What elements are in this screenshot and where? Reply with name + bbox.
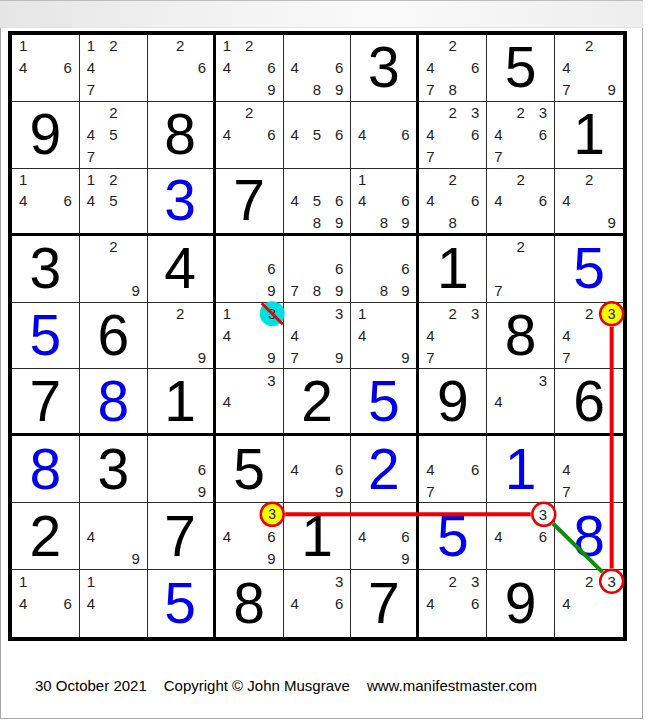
cell-candidates: 3479 xyxy=(284,303,351,369)
cell-r5c3[interactable]: 29 xyxy=(148,303,216,370)
cell-r3c6[interactable]: 14689 xyxy=(351,169,419,236)
candidate-digit: 4 xyxy=(216,525,238,547)
candidate-digit: 6 xyxy=(260,258,282,280)
cell-r1c7[interactable]: 24678 xyxy=(419,35,487,102)
cell-value: 8 xyxy=(487,303,554,369)
cell-candidates: 246 xyxy=(216,102,283,168)
cell-r7c3[interactable]: 69 xyxy=(148,436,216,503)
candidate-digit: 4 xyxy=(216,325,238,347)
candidate-digit: 4 xyxy=(80,592,102,614)
cell-r3c9[interactable]: 249 xyxy=(555,169,623,236)
cell-r9c6[interactable]: 7 xyxy=(351,570,419,637)
cell-r4c2[interactable]: 29 xyxy=(80,236,148,303)
candidate-digit: 2 xyxy=(510,102,532,124)
cell-r4c4[interactable]: 69 xyxy=(216,236,284,303)
cell-candidates: 456 xyxy=(284,102,351,168)
cell-r2c3[interactable]: 8 xyxy=(148,102,216,169)
candidate-digit: 2 xyxy=(578,303,601,325)
candidate-digit: 9 xyxy=(600,211,623,232)
cell-candidates: 4689 xyxy=(284,35,351,101)
candidate-digit: 9 xyxy=(328,480,350,502)
cell-r3c2[interactable]: 1245 xyxy=(80,169,148,236)
candidate-digit: 3 xyxy=(260,369,282,390)
cell-r3c1[interactable]: 146 xyxy=(12,169,80,236)
cell-value: 4 xyxy=(148,236,213,302)
cell-r2c2[interactable]: 2457 xyxy=(80,102,148,169)
candidate-digit: 1 xyxy=(351,303,373,325)
candidate-digit: 4 xyxy=(487,525,509,547)
cell-candidates: 14 xyxy=(80,570,147,637)
candidate-digit: 4 xyxy=(419,458,441,480)
candidate-digit: 7 xyxy=(419,79,441,101)
candidate-digit: 9 xyxy=(395,211,417,232)
candidate-digit: 9 xyxy=(328,280,350,302)
cell-r8c4[interactable]: 3469 xyxy=(216,503,284,570)
candidate-digit: 1 xyxy=(216,303,238,325)
candidate-digit: 9 xyxy=(124,280,146,302)
sudoku-board: 1461247261246946893246785247992457824645… xyxy=(8,31,627,641)
candidate-digit: 6 xyxy=(532,124,554,146)
candidate-digit: 5 xyxy=(306,190,328,211)
cell-r1c9[interactable]: 2479 xyxy=(555,35,623,102)
cell-candidates: 2347 xyxy=(419,303,486,369)
candidate-digit: 6 xyxy=(328,57,350,79)
footer-copyright: Copyright © John Musgrave xyxy=(164,677,350,694)
candidate-digit: 6 xyxy=(395,124,417,146)
cell-r2c4[interactable]: 246 xyxy=(216,102,284,169)
cell-r6c8[interactable]: 34 xyxy=(487,369,555,436)
candidate-digit: 3 xyxy=(464,102,486,124)
cell-candidates: 246 xyxy=(487,169,554,233)
candidate-digit: 9 xyxy=(260,280,282,302)
cell-candidates: 2346 xyxy=(419,570,486,637)
cell-r8c1[interactable]: 2 xyxy=(12,503,80,570)
candidate-digit: 4 xyxy=(284,458,306,480)
candidate-digit: 4 xyxy=(284,57,306,79)
cell-value: 7 xyxy=(216,169,283,233)
cell-candidates: 45689 xyxy=(284,169,351,233)
cell-value: 8 xyxy=(148,102,213,168)
cell-candidates: 29 xyxy=(80,236,147,302)
candidate-digit: 2 xyxy=(238,35,260,57)
app-page: 1461247261246946893246785247992457824645… xyxy=(0,0,650,720)
candidate-digit: 4 xyxy=(419,124,441,146)
candidate-digit: 7 xyxy=(419,146,441,168)
cell-r6c6[interactable]: 5 xyxy=(351,369,419,436)
candidate-digit: 4 xyxy=(284,190,306,211)
candidate-digit: 4 xyxy=(487,391,509,412)
cell-r5c4[interactable]: 1349 xyxy=(216,303,284,370)
cell-candidates: 346 xyxy=(284,570,351,637)
candidate-digit: 6 xyxy=(191,458,213,480)
cell-r6c2[interactable]: 8 xyxy=(80,369,148,436)
candidate-digit: 6 xyxy=(260,57,282,79)
cell-value: 6 xyxy=(80,303,147,369)
cell-value: 2 xyxy=(12,503,79,569)
candidate-digit: 2 xyxy=(169,35,191,57)
candidate-digit: 6 xyxy=(260,124,282,146)
cell-value: 1 xyxy=(487,436,554,502)
cell-r5c5[interactable]: 3479 xyxy=(284,303,352,370)
cell-r1c6[interactable]: 3 xyxy=(351,35,419,102)
cell-value: 3 xyxy=(80,436,147,502)
candidate-digit: 8 xyxy=(442,211,464,232)
candidate-digit: 5 xyxy=(102,190,124,211)
window-top-bar xyxy=(0,0,643,28)
cell-r5c6[interactable]: 149 xyxy=(351,303,419,370)
cell-candidates: 14689 xyxy=(351,169,416,233)
cell-value: 9 xyxy=(419,369,486,433)
cell-r8c7[interactable]: 5 xyxy=(419,503,487,570)
cell-r3c8[interactable]: 246 xyxy=(487,169,555,236)
cell-r7c2[interactable]: 3 xyxy=(80,436,148,503)
cell-candidates: 49 xyxy=(80,503,147,569)
cell-value: 9 xyxy=(487,570,554,637)
cell-value: 6 xyxy=(555,369,623,433)
candidate-digit: 7 xyxy=(555,480,578,502)
cell-r8c9[interactable]: 8 xyxy=(555,503,623,570)
cell-r4c8[interactable]: 27 xyxy=(487,236,555,303)
candidate-digit: 1 xyxy=(12,35,34,57)
candidate-digit: 6 xyxy=(260,525,282,547)
candidate-digit: 9 xyxy=(260,79,282,101)
candidate-digit: 1 xyxy=(351,169,373,190)
cell-r3c3[interactable]: 3 xyxy=(148,169,216,236)
cell-candidates: 23467 xyxy=(419,102,486,168)
cell-r7c8[interactable]: 1 xyxy=(487,436,555,503)
candidate-digit: 5 xyxy=(102,124,124,146)
cell-candidates: 26 xyxy=(148,35,213,101)
cell-r1c3[interactable]: 26 xyxy=(148,35,216,102)
cell-r4c3[interactable]: 4 xyxy=(148,236,216,303)
cell-value: 5 xyxy=(555,236,623,302)
candidate-digit: 4 xyxy=(419,325,441,347)
cell-candidates: 3469 xyxy=(216,503,283,569)
cell-r4c5[interactable]: 6789 xyxy=(284,236,352,303)
candidate-digit: 6 xyxy=(328,258,350,280)
candidate-digit: 4 xyxy=(80,124,102,146)
cell-r2c5[interactable]: 456 xyxy=(284,102,352,169)
cell-r3c7[interactable]: 2468 xyxy=(419,169,487,236)
cell-value: 1 xyxy=(148,369,213,433)
candidate-digit: 4 xyxy=(284,325,306,347)
cell-r6c1[interactable]: 7 xyxy=(12,369,80,436)
cell-candidates: 689 xyxy=(351,236,416,302)
cell-candidates: 146 xyxy=(12,169,79,233)
candidate-digit: 4 xyxy=(216,57,238,79)
cell-r5c2[interactable]: 6 xyxy=(80,303,148,370)
cell-candidates: 29 xyxy=(148,303,213,369)
candidate-digit: 9 xyxy=(260,346,282,368)
candidate-digit: 1 xyxy=(12,169,34,190)
cell-r5c9[interactable]: 2347 xyxy=(555,303,623,370)
cell-value: 2 xyxy=(351,436,416,502)
cell-value: 5 xyxy=(216,436,283,502)
cell-value: 9 xyxy=(12,102,79,168)
candidate-digit: 9 xyxy=(395,280,417,302)
candidate-digit: 7 xyxy=(284,280,306,302)
candidate-digit: 6 xyxy=(532,190,554,211)
cell-value: 5 xyxy=(487,35,554,101)
cell-candidates: 1245 xyxy=(80,169,147,233)
candidate-digit: 6 xyxy=(532,525,554,547)
candidate-digit: 4 xyxy=(351,124,373,146)
cell-r9c4[interactable]: 8 xyxy=(216,570,284,637)
cell-value: 7 xyxy=(351,570,416,637)
candidate-digit: 3 xyxy=(532,102,554,124)
candidate-digit: 3 xyxy=(600,303,623,325)
candidate-digit: 4 xyxy=(351,525,373,547)
candidate-digit: 2 xyxy=(510,236,532,258)
cell-candidates: 69 xyxy=(148,436,213,502)
candidate-digit: 7 xyxy=(80,79,102,101)
candidate-digit: 7 xyxy=(555,346,578,368)
candidate-digit: 2 xyxy=(102,169,124,190)
candidate-digit: 4 xyxy=(351,190,373,211)
candidate-digit: 6 xyxy=(57,190,79,211)
candidate-digit: 4 xyxy=(555,592,578,614)
cell-r9c1[interactable]: 146 xyxy=(12,570,80,637)
candidate-digit: 9 xyxy=(328,211,350,232)
cell-r2c6[interactable]: 46 xyxy=(351,102,419,169)
candidate-digit: 7 xyxy=(80,146,102,168)
candidate-digit: 6 xyxy=(395,190,417,211)
candidate-digit: 6 xyxy=(464,592,486,614)
candidate-digit: 4 xyxy=(216,124,238,146)
candidate-digit: 4 xyxy=(555,190,578,211)
candidate-digit: 1 xyxy=(80,169,102,190)
candidate-digit: 4 xyxy=(12,190,34,211)
candidate-digit: 6 xyxy=(57,57,79,79)
candidate-digit: 1 xyxy=(80,35,102,57)
cell-candidates: 46 xyxy=(351,102,416,168)
cell-r8c8[interactable]: 346 xyxy=(487,503,555,570)
cell-candidates: 2457 xyxy=(80,102,147,168)
candidate-digit: 8 xyxy=(306,79,328,101)
candidate-digit: 2 xyxy=(442,35,464,57)
cell-r5c8[interactable]: 8 xyxy=(487,303,555,370)
cell-r6c5[interactable]: 2 xyxy=(284,369,352,436)
cell-candidates: 234 xyxy=(555,570,623,637)
candidate-digit: 3 xyxy=(328,303,350,325)
cell-value: 5 xyxy=(148,570,213,637)
cell-r9c3[interactable]: 5 xyxy=(148,570,216,637)
cell-value: 1 xyxy=(555,102,623,168)
candidate-digit: 6 xyxy=(395,258,417,280)
candidate-digit: 9 xyxy=(395,346,417,368)
candidate-digit: 4 xyxy=(487,190,509,211)
candidate-digit: 8 xyxy=(306,211,328,232)
cell-r9c7[interactable]: 2346 xyxy=(419,570,487,637)
candidate-digit: 3 xyxy=(532,503,554,525)
candidate-digit: 9 xyxy=(328,79,350,101)
cell-value: 2 xyxy=(284,369,351,433)
footer: 30 October 2021 Copyright © John Musgrav… xyxy=(35,677,537,694)
candidate-digit: 4 xyxy=(555,325,578,347)
candidate-digit: 6 xyxy=(395,525,417,547)
cell-candidates: 23467 xyxy=(487,102,554,168)
candidate-digit: 9 xyxy=(328,346,350,368)
cell-r3c4[interactable]: 7 xyxy=(216,169,284,236)
candidate-digit: 2 xyxy=(442,169,464,190)
cell-candidates: 47 xyxy=(555,436,623,502)
cell-r4c6[interactable]: 689 xyxy=(351,236,419,303)
candidate-digit: 3 xyxy=(260,303,282,325)
cell-value: 8 xyxy=(12,436,79,502)
cell-value: 3 xyxy=(148,169,213,233)
cell-candidates: 146 xyxy=(12,570,79,637)
candidate-digit: 3 xyxy=(464,570,486,592)
candidate-digit: 9 xyxy=(124,547,146,569)
cell-r6c3[interactable]: 1 xyxy=(148,369,216,436)
cell-r2c9[interactable]: 1 xyxy=(555,102,623,169)
candidate-digit: 6 xyxy=(328,592,350,614)
cell-candidates: 146 xyxy=(12,35,79,101)
candidate-digit: 2 xyxy=(238,102,260,124)
cell-value: 8 xyxy=(216,570,283,637)
cell-r1c4[interactable]: 12469 xyxy=(216,35,284,102)
candidate-digit: 1 xyxy=(80,570,102,592)
candidate-digit: 3 xyxy=(600,570,623,592)
candidate-digit: 7 xyxy=(487,280,509,302)
candidate-digit: 2 xyxy=(578,35,601,57)
cell-r9c2[interactable]: 14 xyxy=(80,570,148,637)
candidate-digit: 4 xyxy=(80,57,102,79)
candidate-digit: 4 xyxy=(12,57,34,79)
candidate-digit: 3 xyxy=(464,303,486,325)
candidate-digit: 6 xyxy=(191,57,213,79)
candidate-digit: 9 xyxy=(395,547,417,569)
cell-r8c3[interactable]: 7 xyxy=(148,503,216,570)
cell-r9c8[interactable]: 9 xyxy=(487,570,555,637)
candidate-digit: 7 xyxy=(419,480,441,502)
candidate-digit: 6 xyxy=(328,190,350,211)
candidate-digit: 9 xyxy=(191,346,213,368)
candidate-digit: 3 xyxy=(260,503,282,525)
cell-value: 7 xyxy=(148,503,213,569)
cell-r6c4[interactable]: 34 xyxy=(216,369,284,436)
cell-candidates: 34 xyxy=(216,369,283,433)
cell-r4c1[interactable]: 3 xyxy=(12,236,80,303)
candidate-digit: 3 xyxy=(532,369,554,390)
cell-candidates: 27 xyxy=(487,236,554,302)
cell-value: 5 xyxy=(12,303,79,369)
candidate-digit: 2 xyxy=(578,570,601,592)
cell-r8c6[interactable]: 469 xyxy=(351,503,419,570)
candidate-digit: 6 xyxy=(464,57,486,79)
cell-value: 3 xyxy=(351,35,416,101)
cell-r3c5[interactable]: 45689 xyxy=(284,169,352,236)
candidate-digit: 9 xyxy=(600,79,623,101)
candidate-digit: 9 xyxy=(191,480,213,502)
cell-r8c2[interactable]: 49 xyxy=(80,503,148,570)
footer-website: www.manifestmaster.com xyxy=(367,677,537,694)
candidate-digit: 5 xyxy=(306,124,328,146)
cell-r7c4[interactable]: 5 xyxy=(216,436,284,503)
cell-r1c5[interactable]: 4689 xyxy=(284,35,352,102)
candidate-digit: 2 xyxy=(510,169,532,190)
candidate-digit: 4 xyxy=(12,592,34,614)
cell-r1c1[interactable]: 146 xyxy=(12,35,80,102)
candidate-digit: 1 xyxy=(12,570,34,592)
cell-r7c6[interactable]: 2 xyxy=(351,436,419,503)
candidate-digit: 2 xyxy=(442,102,464,124)
cell-candidates: 2479 xyxy=(555,35,623,101)
cell-r8c5[interactable]: 1 xyxy=(284,503,352,570)
candidate-digit: 6 xyxy=(464,124,486,146)
candidate-digit: 4 xyxy=(284,124,306,146)
cell-value: 3 xyxy=(12,236,79,302)
candidate-digit: 6 xyxy=(464,458,486,480)
candidate-digit: 8 xyxy=(373,211,395,232)
cell-r6c7[interactable]: 9 xyxy=(419,369,487,436)
candidate-digit: 4 xyxy=(351,325,373,347)
candidate-digit: 7 xyxy=(419,346,441,368)
cell-candidates: 12469 xyxy=(216,35,283,101)
cell-r2c7[interactable]: 23467 xyxy=(419,102,487,169)
cell-r6c9[interactable]: 6 xyxy=(555,369,623,436)
cell-candidates: 467 xyxy=(419,436,486,502)
cell-r1c2[interactable]: 1247 xyxy=(80,35,148,102)
cell-r9c5[interactable]: 346 xyxy=(284,570,352,637)
cell-value: 8 xyxy=(80,369,147,433)
candidate-digit: 2 xyxy=(578,169,601,190)
cell-r7c9[interactable]: 47 xyxy=(555,436,623,503)
cell-candidates: 1247 xyxy=(80,35,147,101)
candidate-digit: 8 xyxy=(306,280,328,302)
cell-candidates: 346 xyxy=(487,503,554,569)
cell-value: 5 xyxy=(419,503,486,569)
cell-r2c8[interactable]: 23467 xyxy=(487,102,555,169)
candidate-digit: 2 xyxy=(102,236,124,258)
candidate-digit: 6 xyxy=(328,458,350,480)
cell-value: 5 xyxy=(351,369,416,433)
candidate-digit: 2 xyxy=(102,35,124,57)
cell-r5c1[interactable]: 5 xyxy=(12,303,80,370)
candidate-digit: 4 xyxy=(284,592,306,614)
candidate-digit: 8 xyxy=(442,79,464,101)
cell-r5c7[interactable]: 2347 xyxy=(419,303,487,370)
cell-r4c7[interactable]: 1 xyxy=(419,236,487,303)
candidate-digit: 6 xyxy=(328,124,350,146)
candidate-digit: 4 xyxy=(80,525,102,547)
cell-r9c9[interactable]: 234 xyxy=(555,570,623,637)
candidate-digit: 2 xyxy=(169,303,191,325)
cell-r7c7[interactable]: 467 xyxy=(419,436,487,503)
candidate-digit: 8 xyxy=(373,280,395,302)
candidate-digit: 4 xyxy=(555,458,578,480)
candidate-digit: 1 xyxy=(216,35,238,57)
cell-r2c1[interactable]: 9 xyxy=(12,102,80,169)
candidate-digit: 7 xyxy=(555,79,578,101)
cell-candidates: 469 xyxy=(284,436,351,502)
cell-r1c8[interactable]: 5 xyxy=(487,35,555,102)
candidate-digit: 2 xyxy=(442,303,464,325)
cell-candidates: 24678 xyxy=(419,35,486,101)
candidate-digit: 4 xyxy=(216,391,238,412)
cell-r7c5[interactable]: 469 xyxy=(284,436,352,503)
cell-r7c1[interactable]: 8 xyxy=(12,436,80,503)
cell-candidates: 2468 xyxy=(419,169,486,233)
cell-candidates: 1349 xyxy=(216,303,283,369)
candidate-digit: 4 xyxy=(487,124,509,146)
cell-r4c9[interactable]: 5 xyxy=(555,236,623,303)
cell-value: 1 xyxy=(284,503,351,569)
candidate-digit: 4 xyxy=(555,57,578,79)
candidate-digit: 9 xyxy=(260,547,282,569)
candidate-digit: 2 xyxy=(442,570,464,592)
candidate-digit: 7 xyxy=(487,146,509,168)
